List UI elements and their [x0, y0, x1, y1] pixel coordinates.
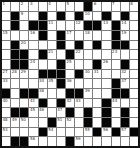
- clue-number: 5: [66, 2, 69, 6]
- block-cell: [66, 137, 74, 146]
- grid-cell[interactable]: [130, 41, 138, 50]
- grid-cell[interactable]: [29, 118, 37, 127]
- grid-cell[interactable]: [84, 99, 92, 108]
- grid-cell[interactable]: [93, 31, 101, 40]
- grid-cell[interactable]: 13: [102, 21, 110, 30]
- clue-number: 54: [48, 128, 54, 132]
- grid-cell[interactable]: [102, 50, 110, 59]
- clue-number: 45: [29, 108, 35, 112]
- clue-number: 51: [57, 118, 63, 122]
- block-cell: [20, 137, 28, 146]
- clue-number: 47: [57, 108, 63, 112]
- grid-cell[interactable]: 35: [48, 79, 56, 88]
- block-cell: [20, 89, 28, 98]
- grid-cell[interactable]: [93, 137, 101, 146]
- grid-cell[interactable]: [11, 89, 19, 98]
- clue-number: 59: [75, 137, 81, 141]
- grid-cell[interactable]: 58: [29, 137, 37, 146]
- clue-number: 11: [48, 21, 54, 25]
- grid-cell[interactable]: [84, 60, 92, 69]
- clue-number: 27: [2, 70, 8, 74]
- grid-cell[interactable]: 4: [48, 2, 56, 11]
- grid-cell[interactable]: [121, 2, 129, 11]
- block-cell: [84, 21, 92, 30]
- clue-number: 19: [121, 31, 127, 35]
- grid-cell[interactable]: [2, 108, 10, 117]
- grid-cell[interactable]: [29, 70, 37, 79]
- block-cell: [57, 12, 65, 21]
- grid-cell[interactable]: [75, 31, 83, 40]
- grid-cell[interactable]: 9: [20, 12, 28, 21]
- grid-cell[interactable]: [48, 41, 56, 50]
- grid-cell[interactable]: [57, 2, 65, 11]
- grid-cell[interactable]: 5: [66, 2, 74, 11]
- grid-cell[interactable]: 23: [112, 50, 120, 59]
- grid-cell[interactable]: 46: [39, 108, 47, 117]
- grid-cell[interactable]: [121, 137, 129, 146]
- grid-cell[interactable]: [39, 118, 47, 127]
- clue-number: 26: [102, 60, 108, 64]
- grid-cell[interactable]: [130, 108, 138, 117]
- grid-cell[interactable]: [2, 41, 10, 50]
- grid-cell[interactable]: 50: [20, 118, 28, 127]
- block-cell: [20, 50, 28, 59]
- grid-cell[interactable]: [48, 31, 56, 40]
- grid-cell[interactable]: 12: [75, 21, 83, 30]
- clue-number: 34: [39, 79, 45, 83]
- block-cell: [39, 31, 47, 40]
- grid-cell[interactable]: [2, 50, 10, 59]
- grid-cell[interactable]: [66, 21, 74, 30]
- grid-cell[interactable]: [93, 79, 101, 88]
- grid-cell[interactable]: 28: [11, 70, 19, 79]
- block-cell: [11, 12, 19, 21]
- grid-cell[interactable]: 10: [84, 12, 92, 21]
- clue-number: 24: [29, 60, 35, 64]
- clue-number: 49: [11, 118, 17, 122]
- grid-cell[interactable]: [130, 70, 138, 79]
- grid-cell[interactable]: [39, 137, 47, 146]
- block-cell: [112, 128, 120, 137]
- block-cell: [112, 41, 120, 50]
- grid-cell[interactable]: [66, 12, 74, 21]
- grid-cell[interactable]: [102, 89, 110, 98]
- grid-cell[interactable]: [130, 137, 138, 146]
- grid-cell[interactable]: 44: [112, 99, 120, 108]
- grid-cell[interactable]: [93, 118, 101, 127]
- grid-cell[interactable]: [130, 12, 138, 21]
- grid-cell[interactable]: [102, 70, 110, 79]
- clue-number: 33: [2, 79, 8, 83]
- grid-cell[interactable]: [11, 2, 19, 11]
- grid-cell[interactable]: [29, 41, 37, 50]
- block-cell: [112, 89, 120, 98]
- block-cell: [66, 108, 74, 117]
- grid-cell[interactable]: [102, 79, 110, 88]
- clue-number: 4: [48, 2, 51, 6]
- grid-cell[interactable]: [93, 50, 101, 59]
- block-cell: [112, 79, 120, 88]
- grid-cell[interactable]: [93, 89, 101, 98]
- grid-cell[interactable]: [11, 79, 19, 88]
- grid-cell[interactable]: [66, 128, 74, 137]
- clue-number: 40: [2, 99, 8, 103]
- clue-number: 17: [66, 31, 72, 35]
- grid-cell[interactable]: 36: [66, 79, 74, 88]
- grid-cell[interactable]: 51: [57, 118, 65, 127]
- grid-cell[interactable]: 48: [2, 118, 10, 127]
- grid-cell[interactable]: [102, 31, 110, 40]
- block-cell: [121, 108, 129, 117]
- grid-cell[interactable]: [112, 137, 120, 146]
- block-cell: [57, 70, 65, 79]
- clue-number: 13: [102, 21, 108, 25]
- block-cell: [39, 99, 47, 108]
- grid-cell[interactable]: [112, 60, 120, 69]
- grid-cell[interactable]: 19: [121, 31, 129, 40]
- clue-number: 43: [75, 99, 81, 103]
- clue-number: 44: [112, 99, 118, 103]
- clue-number: 6: [93, 2, 96, 6]
- clue-number: 3: [29, 2, 32, 6]
- grid-cell[interactable]: [48, 137, 56, 146]
- block-cell: [121, 41, 129, 50]
- grid-cell[interactable]: 43: [75, 99, 83, 108]
- clue-number: 20: [20, 41, 26, 45]
- grid-cell[interactable]: [112, 108, 120, 117]
- grid-cell[interactable]: 40: [2, 99, 10, 108]
- block-cell: [39, 21, 47, 30]
- block-cell: [84, 2, 92, 11]
- grid-cell[interactable]: 37: [121, 79, 129, 88]
- clue-number: 32: [121, 70, 127, 74]
- clue-number: 1: [2, 2, 5, 6]
- clue-number: 23: [112, 50, 118, 54]
- grid-cell[interactable]: [102, 41, 110, 50]
- grid-cell[interactable]: [121, 99, 129, 108]
- crossword-puzzle: 1234567891011121314151617181920212223242…: [0, 0, 140, 148]
- grid-cell[interactable]: [39, 60, 47, 69]
- grid-cell[interactable]: [20, 31, 28, 40]
- block-cell: [130, 128, 138, 137]
- grid-cell[interactable]: [112, 118, 120, 127]
- grid-cell[interactable]: 59: [75, 137, 83, 146]
- clue-number: 7: [112, 2, 115, 6]
- block-cell: [11, 60, 19, 69]
- block-cell: [84, 108, 92, 117]
- clue-number: 41: [29, 99, 35, 103]
- grid-cell[interactable]: [39, 2, 47, 11]
- grid-cell[interactable]: [84, 41, 92, 50]
- grid-cell[interactable]: [75, 128, 83, 137]
- grid-cell[interactable]: 45: [29, 108, 37, 117]
- grid-cell[interactable]: [84, 137, 92, 146]
- grid-cell[interactable]: [11, 99, 19, 108]
- block-cell: [39, 70, 47, 79]
- clue-number: 36: [66, 79, 72, 83]
- clue-number: 28: [11, 70, 17, 74]
- grid-cell[interactable]: [84, 50, 92, 59]
- grid-cell[interactable]: 54: [48, 128, 56, 137]
- grid-cell[interactable]: [57, 21, 65, 30]
- grid-cell[interactable]: [75, 118, 83, 127]
- block-cell: [66, 89, 74, 98]
- clue-number: 57: [121, 128, 127, 132]
- grid-cell[interactable]: [20, 21, 28, 30]
- grid-cell[interactable]: [48, 12, 56, 21]
- grid-cell[interactable]: [93, 108, 101, 117]
- block-cell: [11, 41, 19, 50]
- grid-cell[interactable]: [75, 2, 83, 11]
- block-cell: [75, 41, 83, 50]
- grid-cell[interactable]: [121, 50, 129, 59]
- grid-cell[interactable]: 16: [29, 31, 37, 40]
- grid-cell[interactable]: [130, 50, 138, 59]
- grid-cell[interactable]: 30: [84, 70, 92, 79]
- grid-cell[interactable]: 24: [29, 60, 37, 69]
- clue-number: 48: [2, 118, 8, 122]
- clue-number: 8: [130, 2, 133, 6]
- block-cell: [112, 31, 120, 40]
- block-cell: [2, 89, 10, 98]
- clue-number: 31: [93, 70, 99, 74]
- clue-number: 25: [66, 60, 72, 64]
- grid-cell[interactable]: 56: [102, 128, 110, 137]
- grid-cell[interactable]: [112, 12, 120, 21]
- grid-cell[interactable]: 27: [2, 70, 10, 79]
- grid-cell[interactable]: 22: [75, 50, 83, 59]
- block-cell: [102, 12, 110, 21]
- block-cell: [75, 12, 83, 21]
- grid-cell[interactable]: [57, 137, 65, 146]
- block-cell: [57, 79, 65, 88]
- grid-cell[interactable]: [20, 99, 28, 108]
- grid-cell[interactable]: [130, 31, 138, 40]
- block-cell: [57, 99, 65, 108]
- grid-cell[interactable]: 2: [20, 2, 28, 11]
- grid-cell[interactable]: [29, 128, 37, 137]
- block-cell: [102, 108, 110, 117]
- grid-cell[interactable]: [57, 50, 65, 59]
- clue-number: 21: [48, 50, 54, 54]
- block-cell: [20, 108, 28, 117]
- block-cell: [20, 60, 28, 69]
- clue-number: 9: [20, 12, 23, 16]
- clue-number: 39: [84, 89, 90, 93]
- grid-cell[interactable]: 6: [93, 2, 101, 11]
- grid-cell[interactable]: [48, 108, 56, 117]
- grid-cell[interactable]: [66, 41, 74, 50]
- clue-number: 42: [66, 99, 72, 103]
- grid-cell[interactable]: 38: [39, 89, 47, 98]
- clue-number: 35: [48, 79, 54, 83]
- block-cell: [11, 137, 19, 146]
- clue-number: 52: [66, 118, 72, 122]
- block-cell: [121, 12, 129, 21]
- grid-cell[interactable]: 7: [112, 2, 120, 11]
- block-cell: [11, 108, 19, 117]
- grid-cell[interactable]: [75, 79, 83, 88]
- grid-cell[interactable]: 17: [66, 31, 74, 40]
- crossword-grid: 1234567891011121314151617181920212223242…: [0, 0, 140, 148]
- grid-cell[interactable]: 47: [57, 108, 65, 117]
- grid-cell[interactable]: 32: [121, 70, 129, 79]
- grid-cell[interactable]: 3: [29, 2, 37, 11]
- clue-number: 16: [29, 31, 35, 35]
- block-cell: [102, 118, 110, 127]
- block-cell: [75, 89, 83, 98]
- grid-cell[interactable]: 49: [11, 118, 19, 127]
- grid-cell[interactable]: [130, 89, 138, 98]
- grid-cell[interactable]: 41: [29, 99, 37, 108]
- grid-cell[interactable]: [57, 89, 65, 98]
- block-cell: [29, 21, 37, 30]
- grid-cell[interactable]: [29, 12, 37, 21]
- grid-cell[interactable]: 33: [2, 79, 10, 88]
- grid-cell[interactable]: 14: [121, 21, 129, 30]
- block-cell: [39, 128, 47, 137]
- grid-cell[interactable]: [84, 79, 92, 88]
- grid-cell[interactable]: [20, 79, 28, 88]
- block-cell: [57, 60, 65, 69]
- grid-cell[interactable]: [112, 70, 120, 79]
- grid-cell[interactable]: [130, 118, 138, 127]
- clue-number: 58: [29, 137, 35, 141]
- grid-cell[interactable]: [20, 128, 28, 137]
- grid-cell[interactable]: 39: [84, 89, 92, 98]
- block-cell: [112, 21, 120, 30]
- grid-cell[interactable]: 52: [66, 118, 74, 127]
- grid-cell[interactable]: 20: [20, 41, 28, 50]
- grid-cell[interactable]: [29, 50, 37, 59]
- grid-cell[interactable]: 31: [93, 70, 101, 79]
- grid-cell[interactable]: [75, 108, 83, 117]
- clue-number: 46: [39, 108, 45, 112]
- block-cell: [29, 89, 37, 98]
- block-cell: [121, 89, 129, 98]
- block-cell: [121, 118, 129, 127]
- grid-cell[interactable]: [75, 60, 83, 69]
- clue-number: 22: [75, 50, 81, 54]
- grid-cell[interactable]: 15: [2, 31, 10, 40]
- clue-number: 15: [2, 31, 8, 35]
- grid-cell[interactable]: [2, 12, 10, 21]
- grid-cell[interactable]: [39, 41, 47, 50]
- grid-cell[interactable]: [130, 99, 138, 108]
- clue-number: 53: [2, 128, 8, 132]
- grid-cell[interactable]: 21: [48, 50, 56, 59]
- grid-cell[interactable]: 18: [84, 31, 92, 40]
- clue-number: 29: [20, 70, 26, 74]
- block-cell: [93, 21, 101, 30]
- grid-cell[interactable]: [48, 60, 56, 69]
- grid-cell[interactable]: [11, 31, 19, 40]
- grid-cell[interactable]: [2, 21, 10, 30]
- grid-cell[interactable]: [29, 79, 37, 88]
- grid-cell[interactable]: 57: [121, 128, 129, 137]
- clue-number: 14: [121, 21, 127, 25]
- grid-cell[interactable]: 42: [66, 99, 74, 108]
- block-cell: [11, 50, 19, 59]
- clue-number: 55: [84, 128, 90, 132]
- grid-cell[interactable]: [2, 137, 10, 146]
- block-cell: [39, 12, 47, 21]
- clue-number: 37: [121, 79, 127, 83]
- block-cell: [93, 128, 101, 137]
- clue-number: 30: [84, 70, 90, 74]
- grid-cell[interactable]: 25: [66, 60, 74, 69]
- grid-cell[interactable]: 34: [39, 79, 47, 88]
- clue-number: 38: [39, 89, 45, 93]
- clue-number: 56: [102, 128, 108, 132]
- clue-number: 18: [84, 31, 90, 35]
- grid-cell[interactable]: 29: [20, 70, 28, 79]
- grid-cell[interactable]: [130, 60, 138, 69]
- clue-number: 12: [75, 21, 81, 25]
- grid-cell[interactable]: [2, 60, 10, 69]
- block-cell: [102, 99, 110, 108]
- block-cell: [48, 70, 56, 79]
- grid-cell[interactable]: [130, 21, 138, 30]
- block-cell: [57, 41, 65, 50]
- grid-cell[interactable]: [93, 12, 101, 21]
- block-cell: [121, 60, 129, 69]
- block-cell: [11, 21, 19, 30]
- grid-cell[interactable]: 8: [130, 2, 138, 11]
- grid-cell[interactable]: [93, 99, 101, 108]
- block-cell: [93, 60, 101, 69]
- grid-cell[interactable]: [48, 99, 56, 108]
- grid-cell[interactable]: 11: [48, 21, 56, 30]
- grid-cell[interactable]: 1: [2, 2, 10, 11]
- grid-cell[interactable]: 26: [102, 60, 110, 69]
- block-cell: [93, 41, 101, 50]
- block-cell: [84, 118, 92, 127]
- grid-cell[interactable]: [66, 70, 74, 79]
- grid-cell[interactable]: [48, 89, 56, 98]
- block-cell: [75, 70, 83, 79]
- block-cell: [66, 50, 74, 59]
- grid-cell[interactable]: [57, 128, 65, 137]
- block-cell: [57, 31, 65, 40]
- grid-cell[interactable]: [102, 137, 110, 146]
- grid-cell[interactable]: [130, 79, 138, 88]
- grid-cell[interactable]: 55: [84, 128, 92, 137]
- clue-number: 10: [84, 12, 90, 16]
- block-cell: [48, 118, 56, 127]
- grid-cell[interactable]: 53: [2, 128, 10, 137]
- grid-cell[interactable]: [102, 2, 110, 11]
- grid-cell[interactable]: [11, 128, 19, 137]
- block-cell: [39, 50, 47, 59]
- clue-number: 2: [20, 2, 23, 6]
- clue-number: 50: [20, 118, 26, 122]
